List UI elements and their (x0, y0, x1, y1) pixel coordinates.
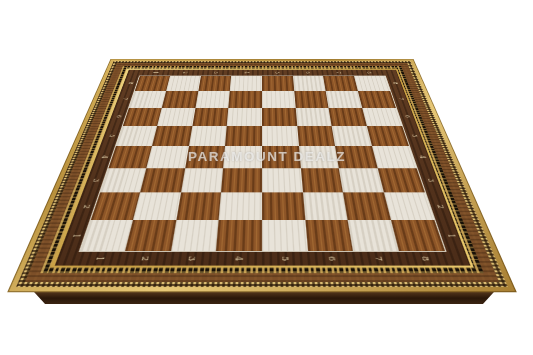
coord-label: 4 (228, 242, 248, 276)
square-r3c4[interactable] (221, 168, 262, 192)
square-r4c5[interactable] (262, 146, 301, 168)
square-r3c2[interactable] (140, 168, 185, 192)
coord-label: 7 (382, 96, 417, 103)
square-r7c2[interactable] (162, 91, 198, 108)
coord-label: 5 (394, 132, 433, 140)
coord-label: 6 (388, 113, 425, 120)
coord-label: 8 (113, 80, 147, 86)
square-r4c2[interactable] (146, 146, 188, 168)
coord-label: 2 (62, 201, 108, 212)
square-r5c4[interactable] (225, 126, 262, 146)
square-r5c7[interactable] (332, 126, 372, 146)
coord-label: 3 (73, 175, 116, 185)
frame-gold-band: 12345678 12345678 87654321 87654321 (7, 59, 517, 292)
coord-label: 8 (377, 80, 411, 86)
square-r6c6[interactable] (295, 108, 331, 126)
product-photo-page: 12345678 12345678 87654321 87654321 PARA… (0, 0, 533, 355)
coord-label: 4 (82, 152, 123, 161)
frame-ornate-strip: 12345678 12345678 87654321 87654321 (40, 66, 484, 273)
coord-label: 5 (271, 65, 284, 80)
coord-label: 4 (240, 65, 253, 80)
coord-label: 7 (106, 96, 141, 103)
square-r7c4[interactable] (229, 91, 262, 108)
square-r2c2[interactable] (133, 193, 181, 220)
square-r3c3[interactable] (181, 168, 224, 192)
square-r2c5[interactable] (262, 193, 305, 220)
square-r5c5[interactable] (262, 126, 299, 146)
coord-label: 6 (99, 113, 136, 120)
square-r7c7[interactable] (326, 91, 362, 108)
square-r5c2[interactable] (152, 126, 192, 146)
coordinates-top: 12345678 (139, 69, 385, 75)
square-r7c3[interactable] (195, 91, 230, 108)
square-r7c5[interactable] (262, 91, 295, 108)
square-r2c3[interactable] (176, 193, 221, 220)
coord-label: 3 (209, 65, 223, 80)
square-r3c7[interactable] (339, 168, 384, 192)
square-r2c7[interactable] (343, 193, 391, 220)
frame-wood-band: 12345678 12345678 87654321 87654321 (25, 63, 499, 282)
square-r6c2[interactable] (157, 108, 195, 126)
square-r4c7[interactable] (335, 146, 377, 168)
coord-label: 1 (50, 229, 99, 242)
square-r4c4[interactable] (223, 146, 262, 168)
square-r4c3[interactable] (185, 146, 225, 168)
square-r5c6[interactable] (297, 126, 335, 146)
coord-label: 3 (180, 242, 203, 276)
coord-label: 7 (331, 65, 347, 80)
coord-label: 5 (275, 242, 295, 276)
square-r2c4[interactable] (219, 193, 262, 220)
coord-label: 1 (425, 229, 474, 242)
square-r4c6[interactable] (299, 146, 339, 168)
coordinate-band: 12345678 12345678 87654321 87654321 (54, 69, 469, 265)
coord-label: 6 (301, 65, 315, 80)
frame-beaded-strip: 12345678 12345678 87654321 87654321 (16, 61, 508, 287)
coord-label: 4 (401, 152, 442, 161)
frame-gold-fillet: 12345678 12345678 87654321 87654321 (50, 68, 474, 267)
square-r3c5[interactable] (262, 168, 303, 192)
square-r7c6[interactable] (294, 91, 329, 108)
square-r6c4[interactable] (227, 108, 262, 126)
chess-board: 12345678 12345678 87654321 87654321 (7, 59, 517, 292)
board-underside-edge (26, 291, 502, 304)
square-r5c3[interactable] (189, 126, 227, 146)
square-r6c7[interactable] (329, 108, 367, 126)
square-r6c3[interactable] (192, 108, 228, 126)
coord-label: 5 (91, 132, 130, 140)
square-r6c5[interactable] (262, 108, 297, 126)
square-r2c6[interactable] (303, 193, 348, 220)
coordinates-bottom: 12345678 (74, 251, 451, 265)
coord-label: 2 (416, 201, 462, 212)
square-r3c6[interactable] (301, 168, 344, 192)
coord-label: 3 (408, 175, 451, 185)
